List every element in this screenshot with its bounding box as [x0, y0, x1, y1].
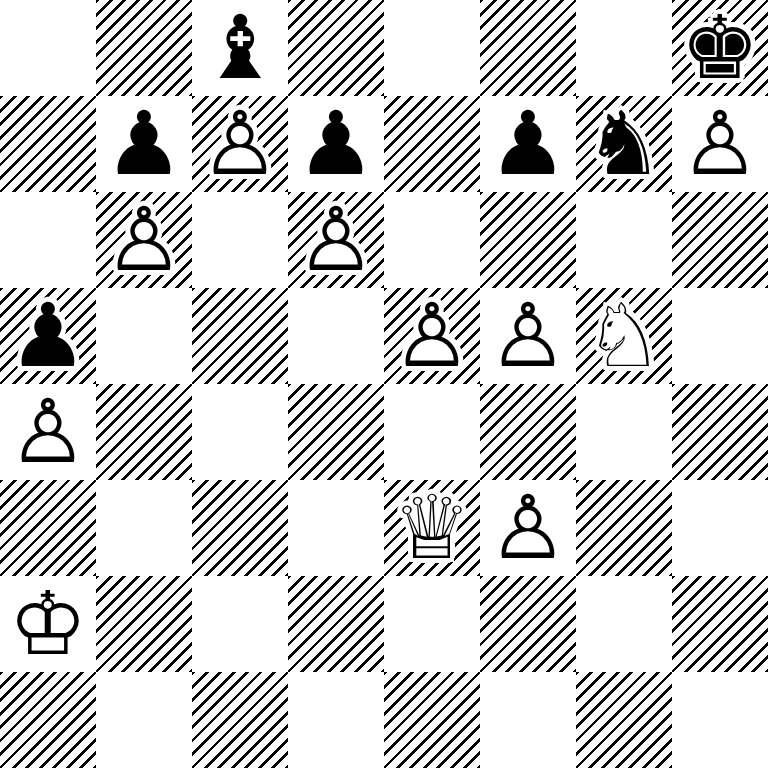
piece-halo: ♟: [0, 288, 96, 384]
square-b3[interactable]: [96, 480, 192, 576]
piece-halo: ♟: [96, 192, 192, 288]
square-b7[interactable]: ♟♟: [96, 96, 192, 192]
white-pawn: ♙: [480, 480, 576, 576]
square-a5[interactable]: ♟♟: [0, 288, 96, 384]
square-d1[interactable]: [288, 672, 384, 768]
square-c1[interactable]: [192, 672, 288, 768]
piece-halo: ♟: [0, 384, 96, 480]
piece-halo: ♟: [96, 96, 192, 192]
square-e2[interactable]: [384, 576, 480, 672]
square-g8[interactable]: [576, 0, 672, 96]
square-c2[interactable]: [192, 576, 288, 672]
piece-halo: ♟: [480, 96, 576, 192]
piece-halo: ♟: [288, 96, 384, 192]
square-e7[interactable]: [384, 96, 480, 192]
square-g4[interactable]: [576, 384, 672, 480]
square-h3[interactable]: [672, 480, 768, 576]
square-b6[interactable]: ♟♙: [96, 192, 192, 288]
black-pawn: ♟: [0, 288, 96, 384]
square-c7[interactable]: ♟♙: [192, 96, 288, 192]
square-c8[interactable]: ♝♝: [192, 0, 288, 96]
square-f2[interactable]: [480, 576, 576, 672]
square-e4[interactable]: [384, 384, 480, 480]
white-pawn: ♙: [384, 288, 480, 384]
square-h6[interactable]: [672, 192, 768, 288]
white-pawn: ♙: [480, 288, 576, 384]
piece-halo: ♚: [672, 0, 768, 96]
black-pawn: ♟: [96, 96, 192, 192]
white-pawn: ♙: [96, 192, 192, 288]
white-pawn: ♙: [192, 96, 288, 192]
piece-halo: ♞: [576, 288, 672, 384]
square-a4[interactable]: ♟♙: [0, 384, 96, 480]
square-b8[interactable]: [96, 0, 192, 96]
square-d2[interactable]: [288, 576, 384, 672]
black-knight: ♞: [576, 96, 672, 192]
square-g6[interactable]: [576, 192, 672, 288]
black-bishop: ♝: [192, 0, 288, 96]
white-pawn: ♙: [288, 192, 384, 288]
piece-halo: ♟: [480, 288, 576, 384]
square-e3[interactable]: ♛♕: [384, 480, 480, 576]
square-f4[interactable]: [480, 384, 576, 480]
square-f1[interactable]: [480, 672, 576, 768]
square-d5[interactable]: [288, 288, 384, 384]
square-h7[interactable]: ♟♙: [672, 96, 768, 192]
white-queen: ♕: [384, 480, 480, 576]
black-pawn: ♟: [480, 96, 576, 192]
piece-halo: ♟: [384, 288, 480, 384]
white-pawn: ♙: [0, 384, 96, 480]
square-a8[interactable]: [0, 0, 96, 96]
black-pawn: ♟: [288, 96, 384, 192]
piece-halo: ♞: [576, 96, 672, 192]
square-c4[interactable]: [192, 384, 288, 480]
square-d8[interactable]: [288, 0, 384, 96]
square-b4[interactable]: [96, 384, 192, 480]
piece-halo: ♚: [0, 576, 96, 672]
square-c3[interactable]: [192, 480, 288, 576]
square-g5[interactable]: ♞♘: [576, 288, 672, 384]
piece-halo: ♟: [192, 96, 288, 192]
square-a2[interactable]: ♚♔: [0, 576, 96, 672]
square-h8[interactable]: ♚♚: [672, 0, 768, 96]
square-h1[interactable]: [672, 672, 768, 768]
square-f3[interactable]: ♟♙: [480, 480, 576, 576]
piece-halo: ♛: [384, 480, 480, 576]
square-f7[interactable]: ♟♟: [480, 96, 576, 192]
square-d4[interactable]: [288, 384, 384, 480]
square-a1[interactable]: [0, 672, 96, 768]
square-e5[interactable]: ♟♙: [384, 288, 480, 384]
piece-halo: ♟: [672, 96, 768, 192]
white-king: ♔: [0, 576, 96, 672]
square-g2[interactable]: [576, 576, 672, 672]
square-h2[interactable]: [672, 576, 768, 672]
square-e6[interactable]: [384, 192, 480, 288]
square-e8[interactable]: [384, 0, 480, 96]
square-g1[interactable]: [576, 672, 672, 768]
square-d7[interactable]: ♟♟: [288, 96, 384, 192]
square-f8[interactable]: [480, 0, 576, 96]
square-c6[interactable]: [192, 192, 288, 288]
square-a3[interactable]: [0, 480, 96, 576]
piece-halo: ♟: [288, 192, 384, 288]
square-f5[interactable]: ♟♙: [480, 288, 576, 384]
piece-halo: ♟: [480, 480, 576, 576]
square-g3[interactable]: [576, 480, 672, 576]
square-b2[interactable]: [96, 576, 192, 672]
square-b5[interactable]: [96, 288, 192, 384]
square-h4[interactable]: [672, 384, 768, 480]
square-b1[interactable]: [96, 672, 192, 768]
white-knight: ♘: [576, 288, 672, 384]
square-d6[interactable]: ♟♙: [288, 192, 384, 288]
square-h5[interactable]: [672, 288, 768, 384]
square-f6[interactable]: [480, 192, 576, 288]
square-c5[interactable]: [192, 288, 288, 384]
white-pawn: ♙: [672, 96, 768, 192]
piece-halo: ♝: [192, 0, 288, 96]
chess-board: ♝♝♚♚♟♟♟♙♟♟♟♟♞♞♟♙♟♙♟♙♟♟♟♙♟♙♞♘♟♙♛♕♟♙♚♔: [0, 0, 768, 768]
square-a7[interactable]: [0, 96, 96, 192]
black-king: ♚: [672, 0, 768, 96]
square-e1[interactable]: [384, 672, 480, 768]
square-d3[interactable]: [288, 480, 384, 576]
square-a6[interactable]: [0, 192, 96, 288]
square-g7[interactable]: ♞♞: [576, 96, 672, 192]
